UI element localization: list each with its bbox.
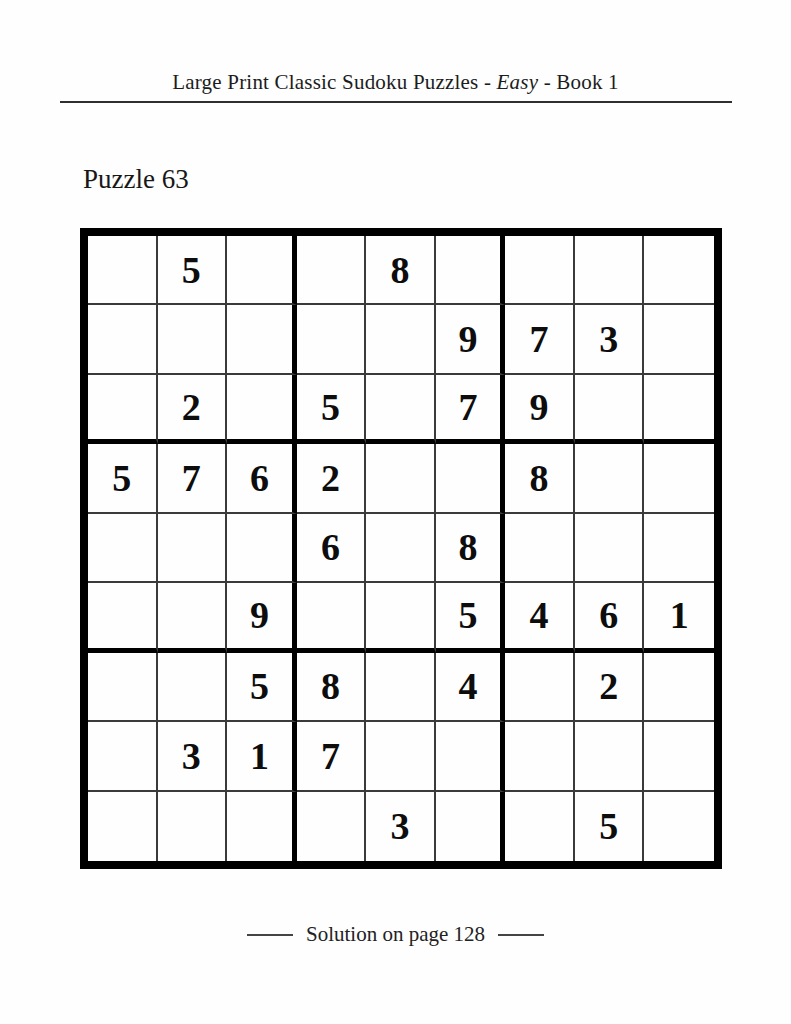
sudoku-cell-r9c9 — [644, 792, 714, 861]
sudoku-cell-r5c8 — [575, 514, 645, 583]
sudoku-cell-r1c6 — [436, 236, 506, 305]
sudoku-cell-r8c5 — [366, 722, 436, 791]
sudoku-cell-r9c7 — [505, 792, 575, 861]
sudoku-cell-r6c3: 9 — [227, 583, 297, 652]
sudoku-cell-r7c2 — [158, 653, 228, 722]
sudoku-cell-r4c1: 5 — [88, 444, 158, 513]
footer-dash-right — [498, 934, 544, 936]
sudoku-cell-r5c1 — [88, 514, 158, 583]
book-header-suffix: - Book 1 — [538, 70, 619, 94]
sudoku-cell-r7c1 — [88, 653, 158, 722]
sudoku-cell-r8c6 — [436, 722, 506, 791]
sudoku-cell-r8c7 — [505, 722, 575, 791]
sudoku-cell-r9c3 — [227, 792, 297, 861]
book-header: Large Print Classic Sudoku Puzzles - Eas… — [0, 70, 791, 95]
sudoku-grid: 589732579576286895461584231735 — [80, 228, 722, 869]
sudoku-cell-r6c6: 5 — [436, 583, 506, 652]
sudoku-cell-r4c2: 7 — [158, 444, 228, 513]
sudoku-cell-r3c9 — [644, 375, 714, 444]
sudoku-cell-r7c4: 8 — [297, 653, 367, 722]
sudoku-cell-r7c7 — [505, 653, 575, 722]
sudoku-cell-r2c4 — [297, 305, 367, 374]
sudoku-cell-r7c6: 4 — [436, 653, 506, 722]
sudoku-cell-r6c5 — [366, 583, 436, 652]
sudoku-cell-r5c4: 6 — [297, 514, 367, 583]
sudoku-cell-r5c6: 8 — [436, 514, 506, 583]
sudoku-cell-r1c1 — [88, 236, 158, 305]
sudoku-cell-r4c7: 8 — [505, 444, 575, 513]
sudoku-cell-r2c1 — [88, 305, 158, 374]
sudoku-cell-r2c2 — [158, 305, 228, 374]
sudoku-cell-r1c8 — [575, 236, 645, 305]
footer-dash-left — [247, 934, 293, 936]
sudoku-cell-r3c6: 7 — [436, 375, 506, 444]
sudoku-cell-r9c5: 3 — [366, 792, 436, 861]
sudoku-cell-r4c6 — [436, 444, 506, 513]
sudoku-cell-r3c5 — [366, 375, 436, 444]
sudoku-cell-r8c4: 7 — [297, 722, 367, 791]
sudoku-cell-r4c5 — [366, 444, 436, 513]
sudoku-cell-r3c2: 2 — [158, 375, 228, 444]
sudoku-cell-r3c8 — [575, 375, 645, 444]
sudoku-cell-r1c5: 8 — [366, 236, 436, 305]
sudoku-cell-r8c8 — [575, 722, 645, 791]
sudoku-cell-r1c9 — [644, 236, 714, 305]
sudoku-cell-r2c6: 9 — [436, 305, 506, 374]
sudoku-cell-r4c9 — [644, 444, 714, 513]
sudoku-cell-r7c5 — [366, 653, 436, 722]
sudoku-cell-r5c9 — [644, 514, 714, 583]
sudoku-cell-r5c5 — [366, 514, 436, 583]
sudoku-cell-r8c3: 1 — [227, 722, 297, 791]
page-footer: Solution on page 128 — [0, 922, 791, 947]
sudoku-cell-r7c8: 2 — [575, 653, 645, 722]
sudoku-cell-r9c4 — [297, 792, 367, 861]
sudoku-cell-r5c2 — [158, 514, 228, 583]
sudoku-cell-r8c9 — [644, 722, 714, 791]
book-header-difficulty: Easy — [497, 70, 539, 94]
sudoku-cell-r9c2 — [158, 792, 228, 861]
sudoku-cell-r8c1 — [88, 722, 158, 791]
puzzle-title: Puzzle 63 — [83, 164, 189, 195]
footer-text: Solution on page 128 — [306, 922, 485, 947]
sudoku-cell-r2c3 — [227, 305, 297, 374]
sudoku-cell-r6c8: 6 — [575, 583, 645, 652]
sudoku-cell-r3c3 — [227, 375, 297, 444]
sudoku-cell-r4c4: 2 — [297, 444, 367, 513]
sudoku-cell-r6c2 — [158, 583, 228, 652]
sudoku-cell-r5c3 — [227, 514, 297, 583]
sudoku-cell-r2c9 — [644, 305, 714, 374]
sudoku-cell-r9c6 — [436, 792, 506, 861]
sudoku-cell-r7c9 — [644, 653, 714, 722]
sudoku-cell-r1c7 — [505, 236, 575, 305]
sudoku-cell-r1c4 — [297, 236, 367, 305]
sudoku-cell-r9c1 — [88, 792, 158, 861]
book-header-prefix: Large Print Classic Sudoku Puzzles - — [172, 70, 496, 94]
sudoku-cell-r1c2: 5 — [158, 236, 228, 305]
sudoku-cell-r3c1 — [88, 375, 158, 444]
sudoku-cell-r7c3: 5 — [227, 653, 297, 722]
sudoku-cell-r4c8 — [575, 444, 645, 513]
sudoku-cell-r2c5 — [366, 305, 436, 374]
book-page: Large Print Classic Sudoku Puzzles - Eas… — [0, 0, 791, 1024]
sudoku-cell-r2c8: 3 — [575, 305, 645, 374]
sudoku-cell-r3c7: 9 — [505, 375, 575, 444]
sudoku-cell-r6c4 — [297, 583, 367, 652]
sudoku-cell-r9c8: 5 — [575, 792, 645, 861]
header-rule — [60, 101, 732, 103]
sudoku-cell-r1c3 — [227, 236, 297, 305]
sudoku-cell-r6c7: 4 — [505, 583, 575, 652]
sudoku-cell-r3c4: 5 — [297, 375, 367, 444]
sudoku-cell-r2c7: 7 — [505, 305, 575, 374]
sudoku-cell-r6c9: 1 — [644, 583, 714, 652]
sudoku-cell-r6c1 — [88, 583, 158, 652]
sudoku-cell-r5c7 — [505, 514, 575, 583]
sudoku-cell-r8c2: 3 — [158, 722, 228, 791]
sudoku-cell-r4c3: 6 — [227, 444, 297, 513]
